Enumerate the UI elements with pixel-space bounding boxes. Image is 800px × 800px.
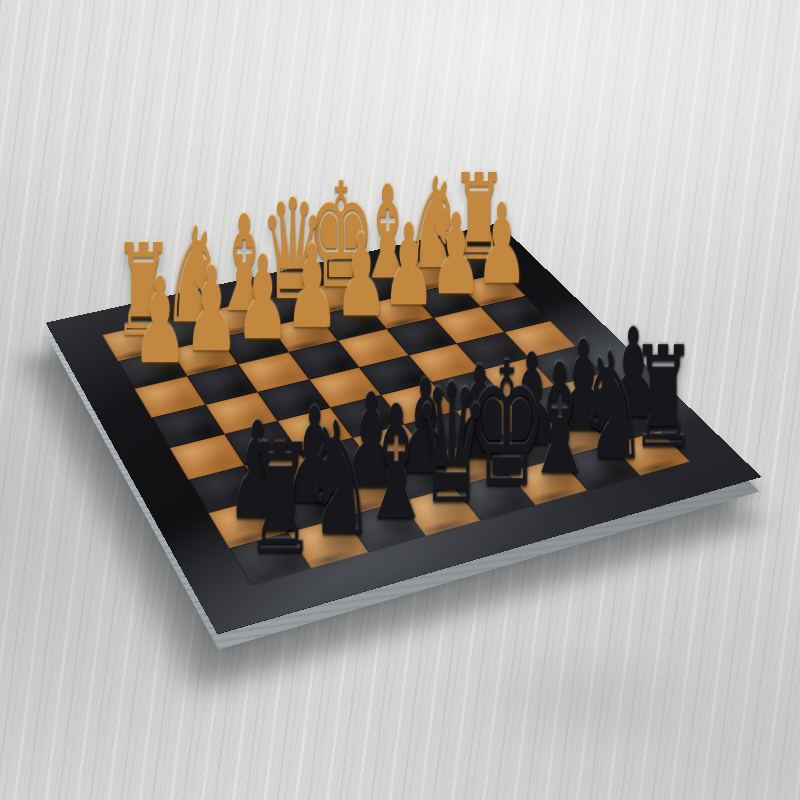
white-pawn[interactable]: ♟ [430,199,482,311]
white-pawn[interactable]: ♟ [476,190,528,301]
wood-grain-patch [430,620,750,780]
white-pawn[interactable]: ♟ [335,220,388,334]
square[interactable]: ♟ [118,349,187,388]
white-pawn[interactable]: ♟ [235,241,289,357]
chess-set-photo: ♜♞♝♛♚♝♞♜♟♟♟♟♟♟♟♟♟♟♟♟♟♟♟♟♜♞♝♛♚♝♞♜ [0,0,800,800]
white-pawn[interactable]: ♟ [285,230,339,345]
white-pawn[interactable]: ♟ [132,263,187,382]
black-rook[interactable]: ♜ [245,423,316,574]
white-pawn[interactable]: ♟ [383,209,436,322]
white-pawn[interactable]: ♟ [184,251,239,368]
